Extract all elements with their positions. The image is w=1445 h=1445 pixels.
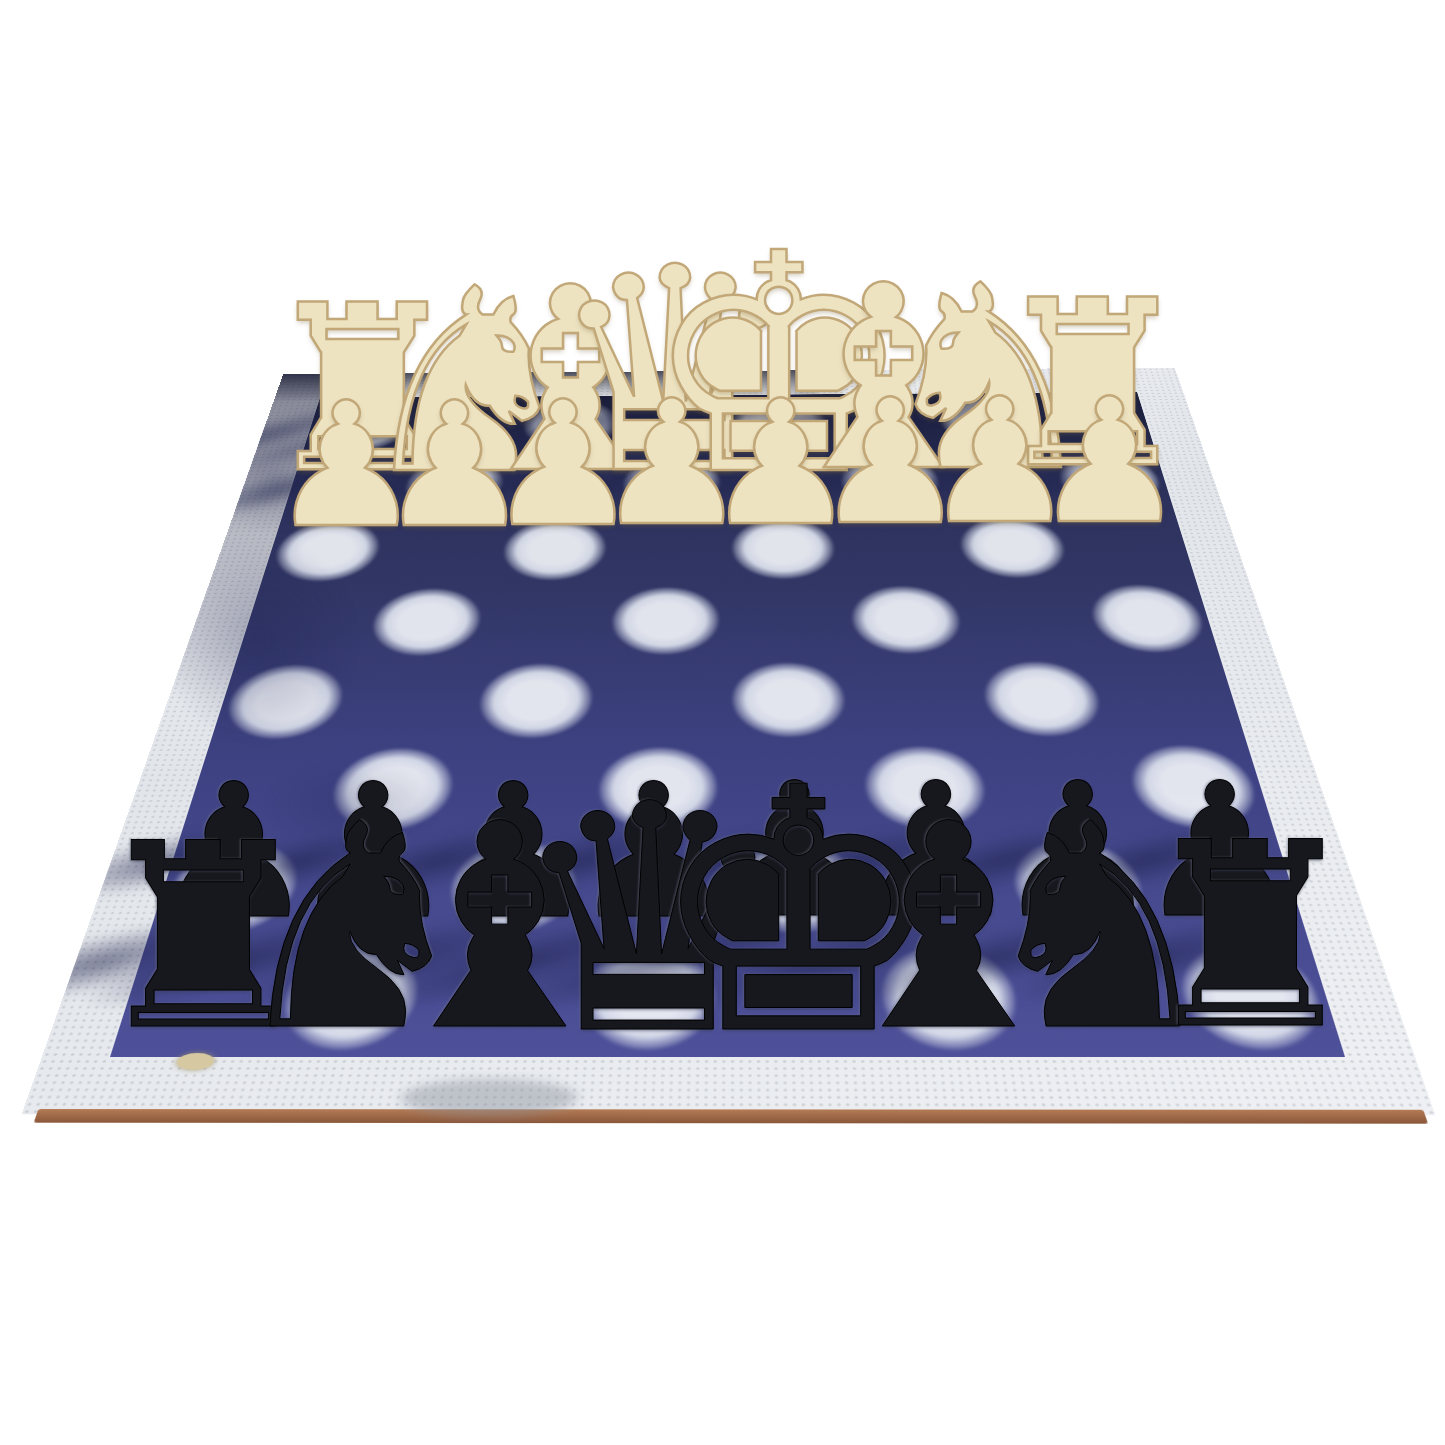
piece-white-p-a2[interactable]: ♟ — [1006, 376, 1213, 548]
photo-background: ♜♞♝♛♚♝♞♜♟♟♟♟♟♟♟♟♟♟♟♟♟♟♟♟♜♞♝♛♚♝♞♜ — [0, 0, 1445, 1445]
piece-black-r-a8[interactable]: ♜ — [1097, 809, 1404, 1065]
piece-layer: ♜♞♝♛♚♝♞♜♟♟♟♟♟♟♟♟♟♟♟♟♟♟♟♟♜♞♝♛♚♝♞♜ — [0, 0, 1445, 1445]
black-r-glyph: ♜ — [1136, 788, 1365, 1085]
white-p-glyph: ♟ — [1032, 361, 1186, 562]
